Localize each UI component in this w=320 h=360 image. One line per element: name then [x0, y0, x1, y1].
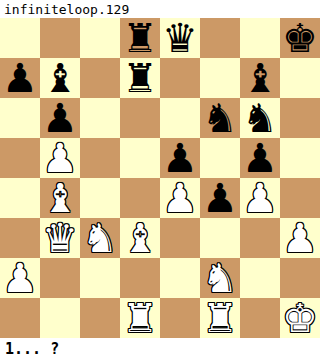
piece-white-king: ♚: [282, 298, 318, 338]
square-g3[interactable]: [240, 218, 280, 258]
square-g5[interactable]: ♟: [240, 138, 280, 178]
square-f2[interactable]: ♞: [200, 258, 240, 298]
square-c7[interactable]: [80, 58, 120, 98]
square-b3[interactable]: ♛: [40, 218, 80, 258]
square-d2[interactable]: [120, 258, 160, 298]
piece-white-bishop: ♝: [122, 218, 158, 258]
square-e8[interactable]: ♛: [160, 18, 200, 58]
piece-black-queen: ♛: [162, 18, 198, 58]
piece-white-rook: ♜: [122, 298, 158, 338]
piece-black-pawn: ♟: [162, 138, 198, 178]
square-d4[interactable]: [120, 178, 160, 218]
square-h3[interactable]: ♟: [280, 218, 320, 258]
square-e3[interactable]: [160, 218, 200, 258]
square-g1[interactable]: [240, 298, 280, 338]
square-h7[interactable]: [280, 58, 320, 98]
square-e5[interactable]: ♟: [160, 138, 200, 178]
square-f1[interactable]: ♜: [200, 298, 240, 338]
square-h8[interactable]: ♚: [280, 18, 320, 58]
piece-white-knight: ♞: [82, 218, 118, 258]
square-e6[interactable]: [160, 98, 200, 138]
square-b7[interactable]: ♝: [40, 58, 80, 98]
square-g6[interactable]: ♞: [240, 98, 280, 138]
square-a5[interactable]: [0, 138, 40, 178]
square-c8[interactable]: [80, 18, 120, 58]
square-h5[interactable]: [280, 138, 320, 178]
piece-white-knight: ♞: [202, 258, 238, 298]
square-d7[interactable]: ♜: [120, 58, 160, 98]
piece-white-rook: ♜: [202, 298, 238, 338]
piece-black-knight: ♞: [242, 98, 278, 138]
square-h2[interactable]: [280, 258, 320, 298]
piece-black-pawn: ♟: [42, 98, 78, 138]
piece-white-pawn: ♟: [282, 218, 318, 258]
square-e7[interactable]: [160, 58, 200, 98]
square-b1[interactable]: [40, 298, 80, 338]
square-h1[interactable]: ♚: [280, 298, 320, 338]
square-c3[interactable]: ♞: [80, 218, 120, 258]
square-h6[interactable]: [280, 98, 320, 138]
piece-black-rook: ♜: [122, 18, 158, 58]
square-d5[interactable]: [120, 138, 160, 178]
piece-black-knight: ♞: [202, 98, 238, 138]
square-c6[interactable]: [80, 98, 120, 138]
square-f7[interactable]: [200, 58, 240, 98]
square-f3[interactable]: [200, 218, 240, 258]
piece-white-pawn: ♟: [242, 178, 278, 218]
piece-white-pawn: ♟: [162, 178, 198, 218]
square-f6[interactable]: ♞: [200, 98, 240, 138]
square-g8[interactable]: [240, 18, 280, 58]
piece-black-bishop: ♝: [42, 58, 78, 98]
square-e2[interactable]: [160, 258, 200, 298]
square-a4[interactable]: [0, 178, 40, 218]
square-b5[interactable]: ♟: [40, 138, 80, 178]
square-d8[interactable]: ♜: [120, 18, 160, 58]
square-g7[interactable]: ♝: [240, 58, 280, 98]
square-c2[interactable]: [80, 258, 120, 298]
square-a8[interactable]: [0, 18, 40, 58]
square-d3[interactable]: ♝: [120, 218, 160, 258]
puzzle-title: infiniteloop.129: [0, 0, 320, 18]
piece-white-pawn: ♟: [2, 258, 38, 298]
square-f8[interactable]: [200, 18, 240, 58]
square-f4[interactable]: ♟: [200, 178, 240, 218]
square-a3[interactable]: [0, 218, 40, 258]
square-d1[interactable]: ♜: [120, 298, 160, 338]
square-c5[interactable]: [80, 138, 120, 178]
square-e1[interactable]: [160, 298, 200, 338]
piece-black-pawn: ♟: [2, 58, 38, 98]
piece-black-king: ♚: [282, 18, 318, 58]
square-c4[interactable]: [80, 178, 120, 218]
square-g4[interactable]: ♟: [240, 178, 280, 218]
piece-black-pawn: ♟: [202, 178, 238, 218]
square-b6[interactable]: ♟: [40, 98, 80, 138]
piece-white-bishop: ♝: [42, 178, 78, 218]
square-g2[interactable]: [240, 258, 280, 298]
square-a6[interactable]: [0, 98, 40, 138]
square-b8[interactable]: [40, 18, 80, 58]
move-prompt: 1... ?: [0, 338, 320, 360]
square-a7[interactable]: ♟: [0, 58, 40, 98]
square-e4[interactable]: ♟: [160, 178, 200, 218]
square-a2[interactable]: ♟: [0, 258, 40, 298]
square-b4[interactable]: ♝: [40, 178, 80, 218]
piece-black-pawn: ♟: [242, 138, 278, 178]
piece-white-pawn: ♟: [42, 138, 78, 178]
square-d6[interactable]: [120, 98, 160, 138]
square-c1[interactable]: [80, 298, 120, 338]
chess-puzzle-page: infiniteloop.129 ♜♛♚♟♝♜♝♟♞♞♟♟♟♝♟♟♟♛♞♝♟♟♞…: [0, 0, 320, 360]
chess-board: ♜♛♚♟♝♜♝♟♞♞♟♟♟♝♟♟♟♛♞♝♟♟♞♜♜♚: [0, 18, 320, 338]
square-f5[interactable]: [200, 138, 240, 178]
piece-black-rook: ♜: [122, 58, 158, 98]
piece-white-queen: ♛: [42, 218, 78, 258]
square-h4[interactable]: [280, 178, 320, 218]
piece-black-bishop: ♝: [242, 58, 278, 98]
square-a1[interactable]: [0, 298, 40, 338]
square-b2[interactable]: [40, 258, 80, 298]
